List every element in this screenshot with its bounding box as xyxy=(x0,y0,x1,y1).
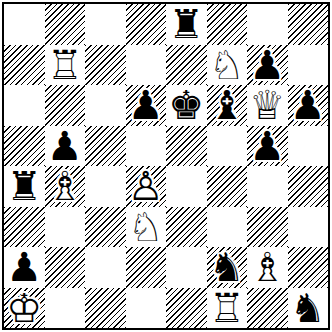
black-pawn-piece[interactable]: ♟♟ xyxy=(247,45,288,86)
white-pawn-icon: ♙ xyxy=(126,166,167,207)
square-d2[interactable] xyxy=(126,247,167,288)
square-c7[interactable] xyxy=(85,45,126,86)
white-knight-piece[interactable]: ♞♘ xyxy=(126,207,167,248)
black-bishop-icon: ♝ xyxy=(207,85,248,126)
white-king-piece[interactable]: ♚♔ xyxy=(4,288,45,329)
square-a3[interactable] xyxy=(4,207,45,248)
square-h7[interactable] xyxy=(288,45,329,86)
square-c1[interactable] xyxy=(85,288,126,329)
white-queen-icon: ♕ xyxy=(247,85,288,126)
square-g1[interactable] xyxy=(247,288,288,329)
black-pawn-piece[interactable]: ♟♟ xyxy=(4,247,45,288)
square-e5[interactable] xyxy=(166,126,207,167)
square-c4[interactable] xyxy=(85,166,126,207)
black-rook-piece[interactable]: ♜♜ xyxy=(4,166,45,207)
white-bishop-icon: ♗ xyxy=(45,166,86,207)
square-e3[interactable] xyxy=(166,207,207,248)
black-knight-icon: ♞ xyxy=(207,247,248,288)
square-f7[interactable]: ♞♘ xyxy=(207,45,248,86)
square-a2[interactable]: ♟♟ xyxy=(4,247,45,288)
square-h4[interactable] xyxy=(288,166,329,207)
chess-board: ♜♜♜♖♞♘♟♟♟♟♚♚♝♝♛♕♟♟♟♟♟♟♜♜♝♗♟♙♞♘♟♟♞♞♝♗♚♔♜♖… xyxy=(2,2,330,330)
black-pawn-piece[interactable]: ♟♟ xyxy=(45,126,86,167)
square-d3[interactable]: ♞♘ xyxy=(126,207,167,248)
black-knight-icon: ♞ xyxy=(288,288,329,329)
square-b6[interactable] xyxy=(45,85,86,126)
black-pawn-icon: ♟ xyxy=(247,126,288,167)
square-h8[interactable] xyxy=(288,4,329,45)
square-d6[interactable]: ♟♟ xyxy=(126,85,167,126)
square-a6[interactable] xyxy=(4,85,45,126)
square-f1[interactable]: ♜♖ xyxy=(207,288,248,329)
square-g3[interactable] xyxy=(247,207,288,248)
black-rook-icon: ♜ xyxy=(4,166,45,207)
white-bishop-piece[interactable]: ♝♗ xyxy=(247,247,288,288)
square-b5[interactable]: ♟♟ xyxy=(45,126,86,167)
black-pawn-piece[interactable]: ♟♟ xyxy=(126,85,167,126)
square-g6[interactable]: ♛♕ xyxy=(247,85,288,126)
black-pawn-icon: ♟ xyxy=(247,45,288,86)
square-e1[interactable] xyxy=(166,288,207,329)
white-rook-icon: ♖ xyxy=(45,45,86,86)
square-f2[interactable]: ♞♞ xyxy=(207,247,248,288)
square-e4[interactable] xyxy=(166,166,207,207)
square-f6[interactable]: ♝♝ xyxy=(207,85,248,126)
square-e2[interactable] xyxy=(166,247,207,288)
black-king-piece[interactable]: ♚♚ xyxy=(166,85,207,126)
square-d1[interactable] xyxy=(126,288,167,329)
square-g4[interactable] xyxy=(247,166,288,207)
square-c6[interactable] xyxy=(85,85,126,126)
square-g8[interactable] xyxy=(247,4,288,45)
white-bishop-piece[interactable]: ♝♗ xyxy=(45,166,86,207)
black-rook-icon: ♜ xyxy=(166,4,207,45)
black-knight-piece[interactable]: ♞♞ xyxy=(288,288,329,329)
square-d8[interactable] xyxy=(126,4,167,45)
black-pawn-icon: ♟ xyxy=(4,247,45,288)
square-b1[interactable] xyxy=(45,288,86,329)
square-c5[interactable] xyxy=(85,126,126,167)
white-queen-piece[interactable]: ♛♕ xyxy=(247,85,288,126)
square-f3[interactable] xyxy=(207,207,248,248)
white-pawn-piece[interactable]: ♟♙ xyxy=(126,166,167,207)
white-knight-piece[interactable]: ♞♘ xyxy=(207,45,248,86)
square-b3[interactable] xyxy=(45,207,86,248)
square-a8[interactable] xyxy=(4,4,45,45)
square-g5[interactable]: ♟♟ xyxy=(247,126,288,167)
square-h1[interactable]: ♞♞ xyxy=(288,288,329,329)
square-b7[interactable]: ♜♖ xyxy=(45,45,86,86)
black-king-icon: ♚ xyxy=(166,85,207,126)
black-pawn-piece[interactable]: ♟♟ xyxy=(247,126,288,167)
square-e7[interactable] xyxy=(166,45,207,86)
white-rook-icon: ♖ xyxy=(207,288,248,329)
square-c2[interactable] xyxy=(85,247,126,288)
white-knight-icon: ♘ xyxy=(207,45,248,86)
square-d4[interactable]: ♟♙ xyxy=(126,166,167,207)
square-b2[interactable] xyxy=(45,247,86,288)
white-bishop-icon: ♗ xyxy=(247,247,288,288)
square-h3[interactable] xyxy=(288,207,329,248)
square-g7[interactable]: ♟♟ xyxy=(247,45,288,86)
square-f8[interactable] xyxy=(207,4,248,45)
black-pawn-icon: ♟ xyxy=(45,126,86,167)
square-e6[interactable]: ♚♚ xyxy=(166,85,207,126)
square-h5[interactable] xyxy=(288,126,329,167)
white-knight-icon: ♘ xyxy=(126,207,167,248)
square-c8[interactable] xyxy=(85,4,126,45)
square-f5[interactable] xyxy=(207,126,248,167)
square-a4[interactable]: ♜♜ xyxy=(4,166,45,207)
square-h2[interactable] xyxy=(288,247,329,288)
square-b4[interactable]: ♝♗ xyxy=(45,166,86,207)
white-rook-piece[interactable]: ♜♖ xyxy=(207,288,248,329)
square-a5[interactable] xyxy=(4,126,45,167)
square-d7[interactable] xyxy=(126,45,167,86)
black-rook-piece[interactable]: ♜♜ xyxy=(166,4,207,45)
square-g2[interactable]: ♝♗ xyxy=(247,247,288,288)
black-pawn-piece[interactable]: ♟♟ xyxy=(288,85,329,126)
black-pawn-icon: ♟ xyxy=(288,85,329,126)
square-f4[interactable] xyxy=(207,166,248,207)
square-a1[interactable]: ♚♔ xyxy=(4,288,45,329)
square-a7[interactable] xyxy=(4,45,45,86)
black-pawn-icon: ♟ xyxy=(126,85,167,126)
white-rook-piece[interactable]: ♜♖ xyxy=(45,45,86,86)
square-d5[interactable] xyxy=(126,126,167,167)
square-e8[interactable]: ♜♜ xyxy=(166,4,207,45)
square-c3[interactable] xyxy=(85,207,126,248)
black-knight-piece[interactable]: ♞♞ xyxy=(207,247,248,288)
black-bishop-piece[interactable]: ♝♝ xyxy=(207,85,248,126)
white-king-icon: ♔ xyxy=(4,288,45,329)
square-b8[interactable] xyxy=(45,4,86,45)
square-h6[interactable]: ♟♟ xyxy=(288,85,329,126)
